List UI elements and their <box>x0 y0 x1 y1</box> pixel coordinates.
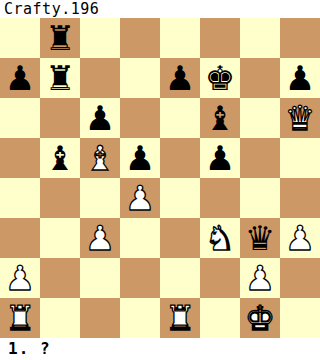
piece-white-pawn: ♟ <box>125 178 155 218</box>
square-h3[interactable]: ♟ <box>280 218 320 258</box>
square-a3[interactable] <box>0 218 40 258</box>
piece-white-knight: ♞ <box>205 218 235 258</box>
piece-black-pawn: ♟ <box>5 58 35 98</box>
square-d4[interactable]: ♟ <box>120 178 160 218</box>
piece-black-pawn: ♟ <box>125 138 155 178</box>
square-g6[interactable] <box>240 98 280 138</box>
square-f7[interactable]: ♚ <box>200 58 240 98</box>
square-b6[interactable] <box>40 98 80 138</box>
square-h2[interactable] <box>280 258 320 298</box>
piece-black-rook: ♜ <box>45 58 75 98</box>
square-c1[interactable] <box>80 298 120 338</box>
square-f4[interactable] <box>200 178 240 218</box>
square-c8[interactable] <box>80 18 120 58</box>
square-c2[interactable] <box>80 258 120 298</box>
piece-white-pawn: ♟ <box>285 218 315 258</box>
piece-white-rook: ♜ <box>165 298 195 338</box>
square-h4[interactable] <box>280 178 320 218</box>
square-a4[interactable] <box>0 178 40 218</box>
square-h7[interactable]: ♟ <box>280 58 320 98</box>
square-b5[interactable]: ♝ <box>40 138 80 178</box>
square-a8[interactable] <box>0 18 40 58</box>
piece-white-pawn: ♟ <box>85 218 115 258</box>
square-h6[interactable]: ♛ <box>280 98 320 138</box>
square-a5[interactable] <box>0 138 40 178</box>
square-a2[interactable]: ♟ <box>0 258 40 298</box>
square-b1[interactable] <box>40 298 80 338</box>
square-f8[interactable] <box>200 18 240 58</box>
square-a1[interactable]: ♜ <box>0 298 40 338</box>
piece-black-rook: ♜ <box>45 18 75 58</box>
piece-black-pawn: ♟ <box>165 58 195 98</box>
square-g8[interactable] <box>240 18 280 58</box>
move-prompt: 1. ? <box>0 338 320 360</box>
square-d5[interactable]: ♟ <box>120 138 160 178</box>
square-b2[interactable] <box>40 258 80 298</box>
square-d3[interactable] <box>120 218 160 258</box>
square-a7[interactable]: ♟ <box>0 58 40 98</box>
piece-white-queen: ♛ <box>285 98 315 138</box>
piece-white-king: ♚ <box>245 298 275 338</box>
square-h8[interactable] <box>280 18 320 58</box>
square-g4[interactable] <box>240 178 280 218</box>
piece-black-pawn: ♟ <box>285 58 315 98</box>
square-g5[interactable] <box>240 138 280 178</box>
window-title: Crafty.196 <box>0 0 320 18</box>
square-e1[interactable]: ♜ <box>160 298 200 338</box>
square-e3[interactable] <box>160 218 200 258</box>
square-d8[interactable] <box>120 18 160 58</box>
square-e4[interactable] <box>160 178 200 218</box>
square-b7[interactable]: ♜ <box>40 58 80 98</box>
square-b4[interactable] <box>40 178 80 218</box>
square-d1[interactable] <box>120 298 160 338</box>
square-f2[interactable] <box>200 258 240 298</box>
square-e6[interactable] <box>160 98 200 138</box>
piece-black-pawn: ♟ <box>85 98 115 138</box>
piece-black-king: ♚ <box>205 58 235 98</box>
square-e7[interactable]: ♟ <box>160 58 200 98</box>
piece-white-pawn: ♟ <box>245 258 275 298</box>
square-h5[interactable] <box>280 138 320 178</box>
square-d7[interactable] <box>120 58 160 98</box>
piece-black-bishop: ♝ <box>45 138 75 178</box>
square-h1[interactable] <box>280 298 320 338</box>
square-g2[interactable]: ♟ <box>240 258 280 298</box>
square-c7[interactable] <box>80 58 120 98</box>
chess-board: ♜♟♜♟♚♟♟♝♛♝♝♟♟♟♟♞♛♟♟♟♜♜♚ <box>0 18 320 338</box>
piece-white-rook: ♜ <box>5 298 35 338</box>
piece-black-queen: ♛ <box>245 218 275 258</box>
piece-black-pawn: ♟ <box>205 138 235 178</box>
square-d2[interactable] <box>120 258 160 298</box>
square-d6[interactable] <box>120 98 160 138</box>
square-e2[interactable] <box>160 258 200 298</box>
chess-app-window: Crafty.196 ♜♟♜♟♚♟♟♝♛♝♝♟♟♟♟♞♛♟♟♟♜♜♚ 1. ? <box>0 0 320 360</box>
square-a6[interactable] <box>0 98 40 138</box>
piece-black-bishop: ♝ <box>205 98 235 138</box>
square-f5[interactable]: ♟ <box>200 138 240 178</box>
square-g7[interactable] <box>240 58 280 98</box>
square-c3[interactable]: ♟ <box>80 218 120 258</box>
square-b3[interactable] <box>40 218 80 258</box>
square-c6[interactable]: ♟ <box>80 98 120 138</box>
square-c5[interactable]: ♝ <box>80 138 120 178</box>
square-e8[interactable] <box>160 18 200 58</box>
square-f3[interactable]: ♞ <box>200 218 240 258</box>
square-c4[interactable] <box>80 178 120 218</box>
square-g3[interactable]: ♛ <box>240 218 280 258</box>
square-f6[interactable]: ♝ <box>200 98 240 138</box>
piece-white-bishop: ♝ <box>85 138 115 178</box>
square-e5[interactable] <box>160 138 200 178</box>
square-f1[interactable] <box>200 298 240 338</box>
square-g1[interactable]: ♚ <box>240 298 280 338</box>
square-b8[interactable]: ♜ <box>40 18 80 58</box>
piece-white-pawn: ♟ <box>5 258 35 298</box>
